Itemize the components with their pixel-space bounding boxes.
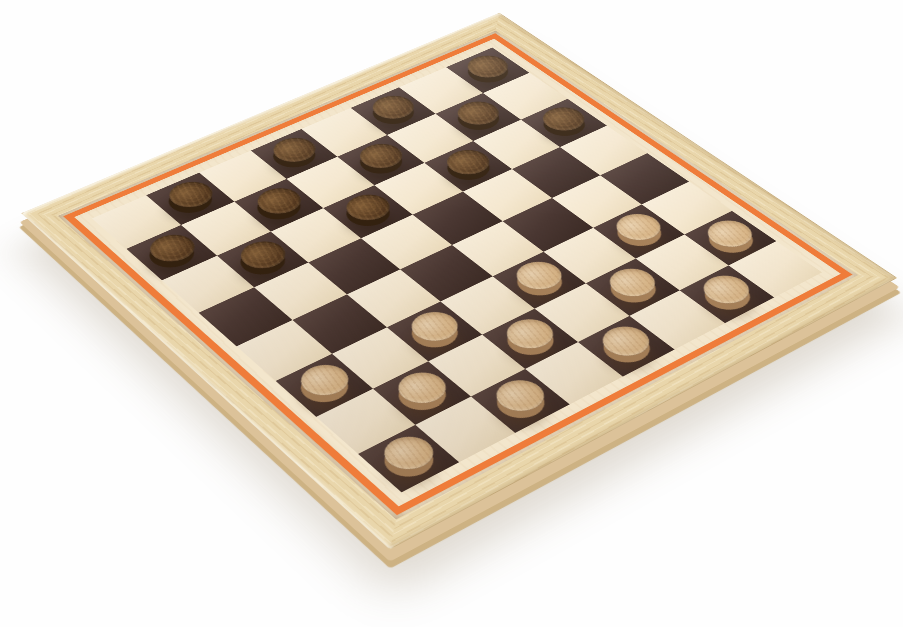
board-grid	[92, 48, 822, 493]
checkers-board	[21, 13, 897, 550]
photo-background	[0, 0, 903, 627]
